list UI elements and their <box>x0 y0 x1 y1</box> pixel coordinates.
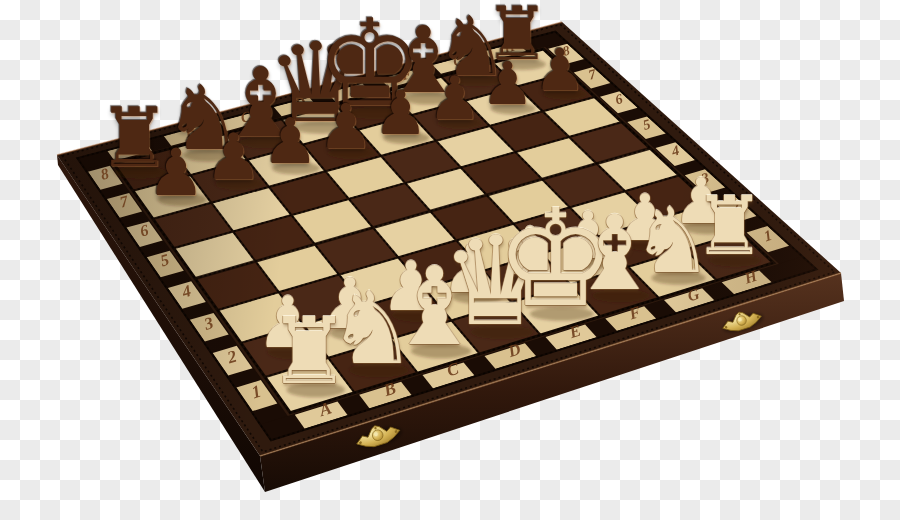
chess-set-photo: 1122334455667788AABBCCDDEEFFGGHH ♜♞♝♛♚♝♞… <box>0 0 900 520</box>
piece-black-pawn-e7[interactable]: ♟ <box>373 82 428 143</box>
piece-black-pawn-d7[interactable]: ♟ <box>318 96 374 158</box>
piece-black-pawn-h7[interactable]: ♟ <box>534 41 586 99</box>
piece-black-pawn-c7[interactable]: ♟ <box>262 110 318 173</box>
piece-black-pawn-a7[interactable]: ♟ <box>147 140 205 205</box>
piece-black-pawn-f7[interactable]: ♟ <box>428 68 482 128</box>
piece-black-pawn-g7[interactable]: ♟ <box>481 54 534 113</box>
piece-white-rook-h1[interactable]: ♜ <box>693 186 766 267</box>
piece-black-pawn-b7[interactable]: ♟ <box>205 125 262 189</box>
